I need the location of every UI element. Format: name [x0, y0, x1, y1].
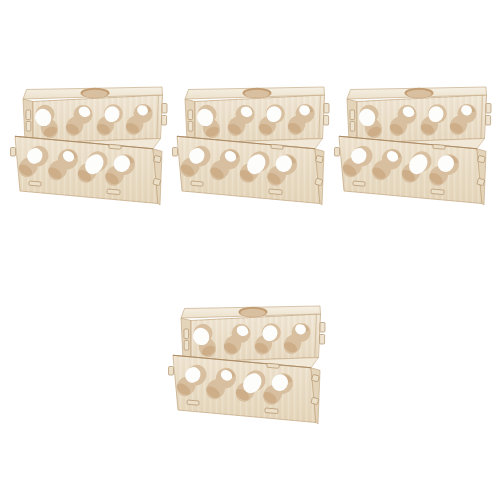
product-photo-top-center	[169, 84, 335, 210]
product-photo-bottom-center	[165, 303, 331, 429]
wooden-tunnel-block-image	[165, 303, 331, 429]
wooden-tunnel-block-image	[7, 84, 173, 210]
product-photo-top-left	[7, 84, 173, 210]
product-collage-canvas	[0, 0, 500, 500]
wooden-tunnel-block-image	[331, 84, 497, 210]
wooden-tunnel-block-image	[169, 84, 335, 210]
product-photo-top-right	[331, 84, 497, 210]
